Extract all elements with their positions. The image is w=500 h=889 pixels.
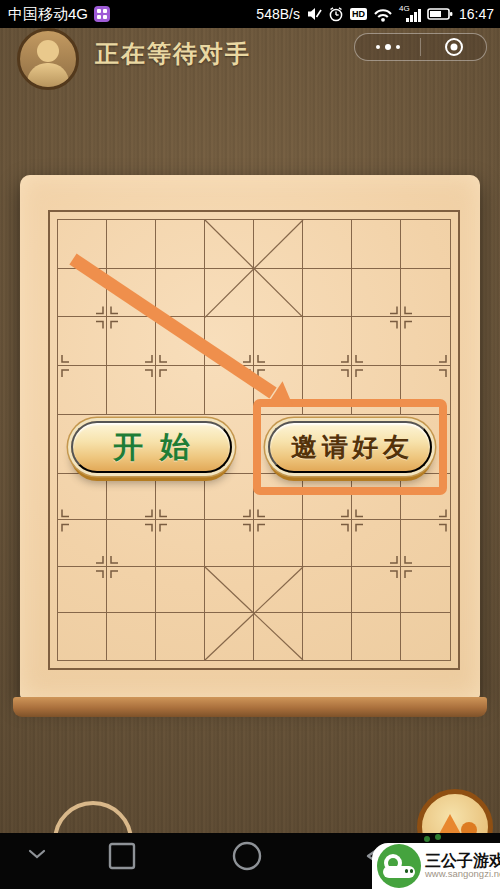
more-options-icon[interactable] — [355, 34, 420, 60]
board-cell — [205, 317, 254, 366]
board-cell — [401, 317, 450, 366]
start-button[interactable]: 开始 — [71, 421, 232, 473]
title-bar: 正在等待对手 — [0, 28, 500, 76]
board-cell — [156, 317, 205, 366]
board-cell — [352, 567, 401, 614]
board-cell — [58, 567, 107, 614]
board-cell — [352, 220, 401, 269]
home-button[interactable] — [231, 840, 263, 872]
board-cell — [58, 366, 107, 415]
board-cell — [205, 474, 254, 521]
miniprogram-capsule — [354, 33, 487, 61]
wifi-icon — [373, 6, 393, 22]
board-cell — [107, 474, 156, 521]
clock-label: 16:47 — [459, 6, 494, 22]
board-cell — [401, 366, 450, 415]
watermark-site-name: 三公子游戏网 — [425, 853, 500, 870]
board-cell — [303, 269, 352, 318]
board-cell — [254, 567, 303, 614]
mascot-antenna-dot — [435, 834, 441, 840]
board-cell — [205, 567, 254, 614]
board-cell — [401, 474, 450, 521]
board-cell — [156, 520, 205, 567]
board-cell — [156, 220, 205, 269]
board-cell — [352, 613, 401, 660]
board-cell — [254, 317, 303, 366]
board-cell — [254, 474, 303, 521]
board-cell — [58, 269, 107, 318]
board-cell — [303, 613, 352, 660]
watermark-badge: 三公子游戏网 www.sangongzi.net — [372, 843, 500, 889]
board-cell — [107, 613, 156, 660]
signal-4g-icon: 4G — [399, 5, 421, 23]
purple-app-icon — [94, 6, 110, 22]
board-cell — [401, 567, 450, 614]
board-cell — [254, 366, 303, 415]
watermark-site-url: www.sangongzi.net — [425, 869, 500, 879]
board-cell — [58, 220, 107, 269]
board-cell — [156, 567, 205, 614]
status-bar: 中国移动4G 548B/s HD 4G 16: — [0, 0, 500, 28]
board-cell — [254, 613, 303, 660]
board-cell — [205, 520, 254, 567]
board-cell — [401, 269, 450, 318]
board-cell — [156, 474, 205, 521]
board-cell — [303, 317, 352, 366]
carrier-label: 中国移动4G — [8, 5, 88, 24]
board-cell — [156, 269, 205, 318]
board-cell — [401, 613, 450, 660]
board-cell — [205, 613, 254, 660]
sangongzi-logo-icon — [377, 844, 421, 888]
board-cell — [303, 474, 352, 521]
hide-navbar-chevron-icon[interactable] — [27, 848, 47, 860]
board-cell — [352, 317, 401, 366]
board-cell — [401, 220, 450, 269]
hd-icon: HD — [350, 8, 367, 20]
recents-button[interactable] — [106, 840, 138, 872]
board-cell — [107, 220, 156, 269]
board-cell — [303, 220, 352, 269]
board-cell — [107, 567, 156, 614]
alarm-clock-icon — [328, 6, 344, 22]
invite-friends-button[interactable]: 邀请好友 — [268, 421, 432, 473]
page-title: 正在等待对手 — [95, 38, 251, 70]
avatar-person-icon — [37, 40, 59, 62]
board-cell — [352, 474, 401, 521]
board-cell — [254, 220, 303, 269]
board-cell — [107, 520, 156, 567]
mascot-antenna-dot — [424, 836, 430, 842]
board-cell — [58, 613, 107, 660]
board-cell — [58, 474, 107, 521]
board-cell — [205, 220, 254, 269]
board-cell — [303, 567, 352, 614]
board-cell — [254, 520, 303, 567]
board-side-bevel — [13, 697, 487, 717]
net-speed-label: 548B/s — [256, 6, 300, 22]
board-cell — [58, 520, 107, 567]
board-cell — [303, 520, 352, 567]
board-cell — [107, 269, 156, 318]
board-cell — [352, 366, 401, 415]
mute-icon — [306, 6, 322, 22]
board-cell — [401, 520, 450, 567]
board-cell — [107, 317, 156, 366]
board-cell — [156, 613, 205, 660]
avatar[interactable] — [17, 28, 79, 90]
board-cell — [205, 269, 254, 318]
board-cell — [205, 366, 254, 415]
board-cell — [58, 317, 107, 366]
board-cell — [107, 366, 156, 415]
board-cell — [352, 269, 401, 318]
battery-icon — [427, 7, 453, 21]
board-cell — [156, 366, 205, 415]
board-cell — [254, 269, 303, 318]
board-cell — [303, 366, 352, 415]
capsule-close-icon[interactable] — [421, 34, 486, 60]
board-cell — [352, 520, 401, 567]
